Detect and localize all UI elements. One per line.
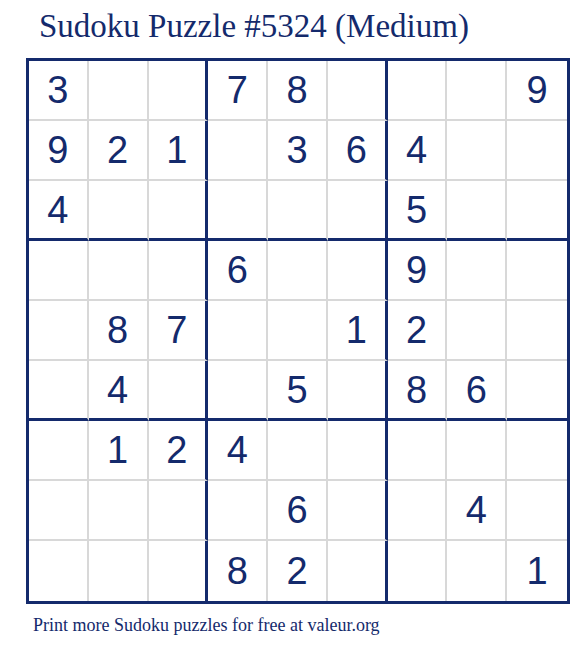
sudoku-cell-empty [149, 481, 209, 541]
sudoku-cell-empty [447, 61, 507, 121]
sudoku-cell-given: 8 [268, 61, 328, 121]
sudoku-cell-empty [328, 541, 388, 601]
sudoku-cell-given: 4 [89, 361, 149, 421]
sudoku-cell-empty [268, 181, 328, 241]
sudoku-cell-empty [507, 361, 567, 421]
sudoku-cell-given: 9 [388, 241, 448, 301]
sudoku-cell-given: 8 [388, 361, 448, 421]
sudoku-cell-empty [149, 241, 209, 301]
sudoku-cell-empty [447, 301, 507, 361]
sudoku-cell-given: 6 [328, 121, 388, 181]
sudoku-cell-given: 1 [89, 421, 149, 481]
sudoku-cell-empty [328, 241, 388, 301]
sudoku-cell-given: 9 [29, 121, 89, 181]
sudoku-cell-given: 7 [208, 61, 268, 121]
sudoku-cell-empty [149, 361, 209, 421]
sudoku-cell-empty [447, 241, 507, 301]
sudoku-cell-empty [208, 301, 268, 361]
sudoku-cell-given: 7 [149, 301, 209, 361]
footer-text: Print more Sudoku puzzles for free at va… [33, 615, 380, 636]
sudoku-cell-empty [29, 361, 89, 421]
sudoku-cell-given: 1 [507, 541, 567, 601]
sudoku-cell-given: 8 [208, 541, 268, 601]
sudoku-cell-empty [29, 421, 89, 481]
sudoku-cell-empty [507, 421, 567, 481]
sudoku-cell-empty [388, 481, 448, 541]
sudoku-cell-empty [507, 301, 567, 361]
sudoku-cell-given: 3 [268, 121, 328, 181]
sudoku-cell-empty [29, 541, 89, 601]
sudoku-cell-given: 8 [89, 301, 149, 361]
sudoku-cell-empty [328, 421, 388, 481]
sudoku-cell-given: 1 [149, 121, 209, 181]
sudoku-cell-empty [447, 421, 507, 481]
sudoku-cell-given: 4 [388, 121, 448, 181]
sudoku-cell-given: 6 [268, 481, 328, 541]
sudoku-cell-given: 4 [29, 181, 89, 241]
sudoku-cell-empty [29, 301, 89, 361]
page-title: Sudoku Puzzle #5324 (Medium) [39, 8, 469, 45]
sudoku-cell-given: 1 [328, 301, 388, 361]
sudoku-cell-empty [208, 121, 268, 181]
sudoku-cell-given: 2 [149, 421, 209, 481]
sudoku-cell-given: 9 [507, 61, 567, 121]
sudoku-cell-empty [89, 61, 149, 121]
sudoku-cell-empty [268, 421, 328, 481]
sudoku-cell-empty [447, 121, 507, 181]
sudoku-cell-given: 4 [447, 481, 507, 541]
sudoku-cell-empty [388, 541, 448, 601]
sudoku-cell-given: 6 [447, 361, 507, 421]
sudoku-cell-empty [89, 241, 149, 301]
sudoku-cell-empty [89, 481, 149, 541]
sudoku-cell-given: 6 [208, 241, 268, 301]
sudoku-cell-empty [149, 541, 209, 601]
sudoku-cell-empty [89, 181, 149, 241]
sudoku-cell-empty [507, 241, 567, 301]
sudoku-cell-empty [388, 421, 448, 481]
sudoku-cell-empty [447, 181, 507, 241]
sudoku-cell-empty [328, 361, 388, 421]
sudoku-cell-given: 2 [388, 301, 448, 361]
sudoku-cell-given: 2 [268, 541, 328, 601]
sudoku-cell-empty [328, 481, 388, 541]
sudoku-cell-empty [208, 181, 268, 241]
sudoku-cell-empty [149, 181, 209, 241]
sudoku-cell-given: 3 [29, 61, 89, 121]
sudoku-cell-given: 5 [268, 361, 328, 421]
sudoku-cell-empty [507, 181, 567, 241]
sudoku-cell-empty [29, 481, 89, 541]
sudoku-cell-empty [268, 301, 328, 361]
sudoku-cell-given: 4 [208, 421, 268, 481]
sudoku-cell-empty [447, 541, 507, 601]
sudoku-cell-empty [89, 541, 149, 601]
sudoku-cell-empty [328, 181, 388, 241]
sudoku-cell-given: 2 [89, 121, 149, 181]
sudoku-cell-empty [208, 361, 268, 421]
sudoku-cell-empty [268, 241, 328, 301]
sudoku-cell-empty [388, 61, 448, 121]
sudoku-page: Sudoku Puzzle #5324 (Medium) 37899213644… [0, 0, 574, 651]
sudoku-grid: 378992136445698712458612464821 [26, 58, 570, 604]
sudoku-cell-given: 5 [388, 181, 448, 241]
sudoku-cell-empty [149, 61, 209, 121]
sudoku-cell-empty [507, 481, 567, 541]
sudoku-cell-empty [328, 61, 388, 121]
sudoku-cell-empty [29, 241, 89, 301]
sudoku-cell-empty [208, 481, 268, 541]
sudoku-cell-empty [507, 121, 567, 181]
